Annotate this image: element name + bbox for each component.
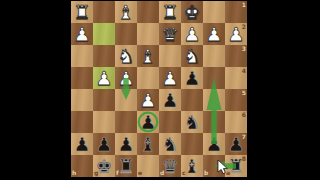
square-e1[interactable] <box>137 1 159 23</box>
piece-bP-h7[interactable]: ♟ <box>73 133 90 155</box>
piece-wP-f4[interactable]: ♟ <box>117 67 134 89</box>
piece-bP-b7[interactable]: ♟ <box>205 133 222 155</box>
square-c6[interactable]: ♞ <box>181 111 203 133</box>
piece-bP-e6[interactable]: ♟ <box>139 111 156 133</box>
piece-bN-d7[interactable]: ♞ <box>161 133 178 155</box>
piece-wR-h1[interactable]: ♜ <box>73 1 90 23</box>
square-c4[interactable]: ♟ <box>181 67 203 89</box>
piece-wP-d4[interactable]: ♟ <box>161 67 178 89</box>
piece-wB-e3[interactable]: ♝ <box>139 45 156 67</box>
square-h1[interactable]: ♜ <box>71 1 93 23</box>
square-h2[interactable]: ♟ <box>71 23 93 45</box>
square-f5[interactable] <box>115 89 137 111</box>
piece-wP-b2[interactable]: ♟ <box>205 23 222 45</box>
piece-wQ-d2[interactable]: ♛ <box>161 23 178 45</box>
square-d4[interactable]: ♟ <box>159 67 181 89</box>
piece-bP-g7[interactable]: ♟ <box>95 133 112 155</box>
square-c3[interactable]: ♞ <box>181 45 203 67</box>
square-g5[interactable] <box>93 89 115 111</box>
square-d8[interactable]: ♛d <box>159 155 181 177</box>
square-c7[interactable] <box>181 133 203 155</box>
piece-wP-e5[interactable]: ♟ <box>139 89 156 111</box>
piece-bR-f8[interactable]: ♜ <box>117 155 134 177</box>
square-e7[interactable]: ♝ <box>137 133 159 155</box>
piece-wP-a2[interactable]: ♟ <box>227 23 244 45</box>
square-c8[interactable]: ♝c <box>181 155 203 177</box>
square-h5[interactable] <box>71 89 93 111</box>
piece-wN-c3[interactable]: ♞ <box>183 45 200 67</box>
square-h7[interactable]: ♟ <box>71 133 93 155</box>
square-d6[interactable] <box>159 111 181 133</box>
coord-rank-3: 3 <box>242 46 246 52</box>
square-b4[interactable] <box>203 67 225 89</box>
square-a1[interactable]: 1 <box>225 1 247 23</box>
square-f6[interactable] <box>115 111 137 133</box>
square-d2[interactable]: ♛ <box>159 23 181 45</box>
piece-bB-c8[interactable]: ♝ <box>183 155 200 177</box>
piece-bP-a7[interactable]: ♟ <box>227 133 244 155</box>
letterbox-right <box>247 0 320 180</box>
square-h3[interactable] <box>71 45 93 67</box>
piece-wP-g4[interactable]: ♟ <box>95 67 112 89</box>
square-b3[interactable] <box>203 45 225 67</box>
square-b7[interactable]: ♟ <box>203 133 225 155</box>
square-h6[interactable] <box>71 111 93 133</box>
square-g4[interactable]: ♟ <box>93 67 115 89</box>
square-g7[interactable]: ♟ <box>93 133 115 155</box>
square-c1[interactable]: ♚ <box>181 1 203 23</box>
piece-wR-d1[interactable]: ♜ <box>161 1 178 23</box>
video-frame: ♜♝♜♚1♟♛♟♟♟2♞♝♞3♟♟♟♟4♟♟5♟♞6♟♟♟♝♞♟♟7h♚g♜fe… <box>0 0 320 180</box>
square-e3[interactable]: ♝ <box>137 45 159 67</box>
square-e8[interactable]: e <box>137 155 159 177</box>
piece-wB-f1[interactable]: ♝ <box>117 1 134 23</box>
square-d7[interactable]: ♞ <box>159 133 181 155</box>
square-f8[interactable]: ♜f <box>115 155 137 177</box>
piece-bK-g8[interactable]: ♚ <box>95 155 112 177</box>
piece-bP-c4[interactable]: ♟ <box>183 67 200 89</box>
coord-file-e: e <box>138 170 142 176</box>
square-a6[interactable]: 6 <box>225 111 247 133</box>
square-a8[interactable]: ♜8a <box>225 155 247 177</box>
square-c5[interactable] <box>181 89 203 111</box>
chess-board: ♜♝♜♚1♟♛♟♟♟2♞♝♞3♟♟♟♟4♟♟5♟♞6♟♟♟♝♞♟♟7h♚g♜fe… <box>71 1 247 177</box>
square-d3[interactable] <box>159 45 181 67</box>
square-b8[interactable]: b <box>203 155 225 177</box>
piece-wP-c2[interactable]: ♟ <box>183 23 200 45</box>
piece-wN-f3[interactable]: ♞ <box>117 45 134 67</box>
coord-rank-4: 4 <box>242 68 246 74</box>
square-d1[interactable]: ♜ <box>159 1 181 23</box>
square-d5[interactable]: ♟ <box>159 89 181 111</box>
square-b2[interactable]: ♟ <box>203 23 225 45</box>
piece-wP-h2[interactable]: ♟ <box>73 23 90 45</box>
coord-file-b: b <box>204 170 208 176</box>
square-f7[interactable]: ♟ <box>115 133 137 155</box>
square-h8[interactable]: h <box>71 155 93 177</box>
square-g8[interactable]: ♚g <box>93 155 115 177</box>
square-a3[interactable]: 3 <box>225 45 247 67</box>
square-a5[interactable]: 5 <box>225 89 247 111</box>
square-g6[interactable] <box>93 111 115 133</box>
coord-rank-1: 1 <box>242 2 246 8</box>
piece-bB-e7[interactable]: ♝ <box>139 133 156 155</box>
square-e2[interactable] <box>137 23 159 45</box>
square-c2[interactable]: ♟ <box>181 23 203 45</box>
square-h4[interactable] <box>71 67 93 89</box>
square-f3[interactable]: ♞ <box>115 45 137 67</box>
piece-bN-c6[interactable]: ♞ <box>183 111 200 133</box>
piece-bP-d5[interactable]: ♟ <box>161 89 178 111</box>
coord-rank-6: 6 <box>242 112 246 118</box>
square-e6[interactable]: ♟ <box>137 111 159 133</box>
square-e5[interactable]: ♟ <box>137 89 159 111</box>
square-a7[interactable]: ♟7 <box>225 133 247 155</box>
piece-bP-f7[interactable]: ♟ <box>117 133 134 155</box>
coord-file-h: h <box>72 170 76 176</box>
square-a2[interactable]: ♟2 <box>225 23 247 45</box>
square-b5[interactable] <box>203 89 225 111</box>
square-g2[interactable] <box>93 23 115 45</box>
square-b6[interactable] <box>203 111 225 133</box>
piece-wK-c1[interactable]: ♚ <box>183 1 200 23</box>
square-f2[interactable] <box>115 23 137 45</box>
square-f4[interactable]: ♟ <box>115 67 137 89</box>
square-b1[interactable] <box>203 1 225 23</box>
square-f1[interactable]: ♝ <box>115 1 137 23</box>
square-g3[interactable] <box>93 45 115 67</box>
piece-bQ-d8[interactable]: ♛ <box>161 155 178 177</box>
square-e4[interactable] <box>137 67 159 89</box>
piece-bR-a8[interactable]: ♜ <box>227 155 244 177</box>
square-g1[interactable] <box>93 1 115 23</box>
square-a4[interactable]: 4 <box>225 67 247 89</box>
letterbox-left <box>0 0 71 180</box>
coord-rank-5: 5 <box>242 90 246 96</box>
